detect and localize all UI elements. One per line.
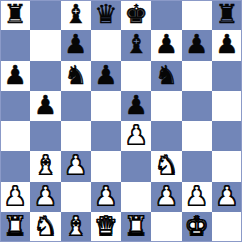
piece-black-pawn[interactable]: ♟ <box>94 62 117 88</box>
square-a6[interactable]: ♟ <box>0 61 30 91</box>
square-b3[interactable]: ♝ <box>30 151 60 181</box>
piece-white-bishop[interactable]: ♝ <box>64 213 87 239</box>
square-g4[interactable] <box>182 121 212 151</box>
square-f5[interactable] <box>151 91 181 121</box>
square-e6[interactable] <box>121 61 151 91</box>
square-b2[interactable]: ♟ <box>30 182 60 212</box>
piece-white-pawn[interactable]: ♟ <box>124 122 147 148</box>
square-d7[interactable] <box>91 30 121 60</box>
square-a4[interactable] <box>0 121 30 151</box>
square-a3[interactable] <box>0 151 30 181</box>
square-g3[interactable] <box>182 151 212 181</box>
square-g1[interactable]: ♚ <box>182 212 212 242</box>
piece-black-queen[interactable]: ♛ <box>94 1 117 27</box>
piece-black-knight[interactable]: ♞ <box>155 62 178 88</box>
square-c7[interactable]: ♟ <box>61 30 91 60</box>
square-d5[interactable] <box>91 91 121 121</box>
square-g5[interactable] <box>182 91 212 121</box>
square-h8[interactable]: ♜ <box>212 0 242 30</box>
piece-white-rook[interactable]: ♜ <box>124 213 147 239</box>
square-c1[interactable]: ♝ <box>61 212 91 242</box>
piece-black-pawn[interactable]: ♟ <box>34 92 57 118</box>
square-g2[interactable]: ♟ <box>182 182 212 212</box>
square-b8[interactable] <box>30 0 60 30</box>
piece-black-bishop[interactable]: ♝ <box>124 31 147 57</box>
square-g6[interactable] <box>182 61 212 91</box>
square-a8[interactable]: ♜ <box>0 0 30 30</box>
piece-white-king[interactable]: ♚ <box>185 213 208 239</box>
square-e7[interactable]: ♝ <box>121 30 151 60</box>
piece-black-knight[interactable]: ♞ <box>64 62 87 88</box>
square-f8[interactable] <box>151 0 181 30</box>
square-b7[interactable] <box>30 30 60 60</box>
piece-white-bishop[interactable]: ♝ <box>34 152 57 178</box>
square-e3[interactable] <box>121 151 151 181</box>
square-d3[interactable] <box>91 151 121 181</box>
square-c6[interactable]: ♞ <box>61 61 91 91</box>
piece-black-rook[interactable]: ♜ <box>3 1 26 27</box>
piece-white-pawn[interactable]: ♟ <box>215 183 238 209</box>
piece-white-pawn[interactable]: ♟ <box>185 183 208 209</box>
square-d6[interactable]: ♟ <box>91 61 121 91</box>
square-e8[interactable]: ♚ <box>121 0 151 30</box>
square-a1[interactable]: ♜ <box>0 212 30 242</box>
piece-white-pawn[interactable]: ♟ <box>64 152 87 178</box>
square-a5[interactable] <box>0 91 30 121</box>
piece-black-rook[interactable]: ♜ <box>215 1 238 27</box>
square-b5[interactable]: ♟ <box>30 91 60 121</box>
square-h7[interactable]: ♟ <box>212 30 242 60</box>
square-a2[interactable]: ♟ <box>0 182 30 212</box>
square-d1[interactable]: ♛ <box>91 212 121 242</box>
square-h4[interactable] <box>212 121 242 151</box>
piece-white-knight[interactable]: ♞ <box>155 152 178 178</box>
square-f3[interactable]: ♞ <box>151 151 181 181</box>
square-c3[interactable]: ♟ <box>61 151 91 181</box>
square-d2[interactable]: ♟ <box>91 182 121 212</box>
square-e5[interactable]: ♟ <box>121 91 151 121</box>
piece-white-pawn[interactable]: ♟ <box>94 183 117 209</box>
piece-white-pawn[interactable]: ♟ <box>34 183 57 209</box>
square-d4[interactable] <box>91 121 121 151</box>
square-h5[interactable] <box>212 91 242 121</box>
piece-black-king[interactable]: ♚ <box>124 1 147 27</box>
square-h2[interactable]: ♟ <box>212 182 242 212</box>
square-c2[interactable] <box>61 182 91 212</box>
chess-board: ♜♝♛♚♜♟♝♟♟♟♟♞♟♞♟♟♟♝♟♞♟♟♟♟♟♟♜♞♝♛♜♚ <box>0 0 242 242</box>
square-e1[interactable]: ♜ <box>121 212 151 242</box>
square-e4[interactable]: ♟ <box>121 121 151 151</box>
square-g7[interactable]: ♟ <box>182 30 212 60</box>
piece-black-bishop[interactable]: ♝ <box>64 1 87 27</box>
square-e2[interactable] <box>121 182 151 212</box>
piece-black-pawn[interactable]: ♟ <box>155 31 178 57</box>
square-f7[interactable]: ♟ <box>151 30 181 60</box>
piece-white-pawn[interactable]: ♟ <box>155 183 178 209</box>
piece-white-rook[interactable]: ♜ <box>3 213 26 239</box>
square-b6[interactable] <box>30 61 60 91</box>
piece-white-queen[interactable]: ♛ <box>94 213 117 239</box>
piece-black-pawn[interactable]: ♟ <box>3 62 26 88</box>
square-c8[interactable]: ♝ <box>61 0 91 30</box>
square-g8[interactable] <box>182 0 212 30</box>
square-f6[interactable]: ♞ <box>151 61 181 91</box>
square-d8[interactable]: ♛ <box>91 0 121 30</box>
square-h6[interactable] <box>212 61 242 91</box>
square-a7[interactable] <box>0 30 30 60</box>
square-f2[interactable]: ♟ <box>151 182 181 212</box>
piece-white-knight[interactable]: ♞ <box>34 213 57 239</box>
piece-black-pawn[interactable]: ♟ <box>64 31 87 57</box>
square-f1[interactable] <box>151 212 181 242</box>
square-c5[interactable] <box>61 91 91 121</box>
square-h3[interactable] <box>212 151 242 181</box>
square-b4[interactable] <box>30 121 60 151</box>
piece-black-pawn[interactable]: ♟ <box>185 31 208 57</box>
square-h1[interactable] <box>212 212 242 242</box>
square-b1[interactable]: ♞ <box>30 212 60 242</box>
square-f4[interactable] <box>151 121 181 151</box>
piece-white-pawn[interactable]: ♟ <box>3 183 26 209</box>
square-c4[interactable] <box>61 121 91 151</box>
piece-black-pawn[interactable]: ♟ <box>215 31 238 57</box>
piece-black-pawn[interactable]: ♟ <box>124 92 147 118</box>
